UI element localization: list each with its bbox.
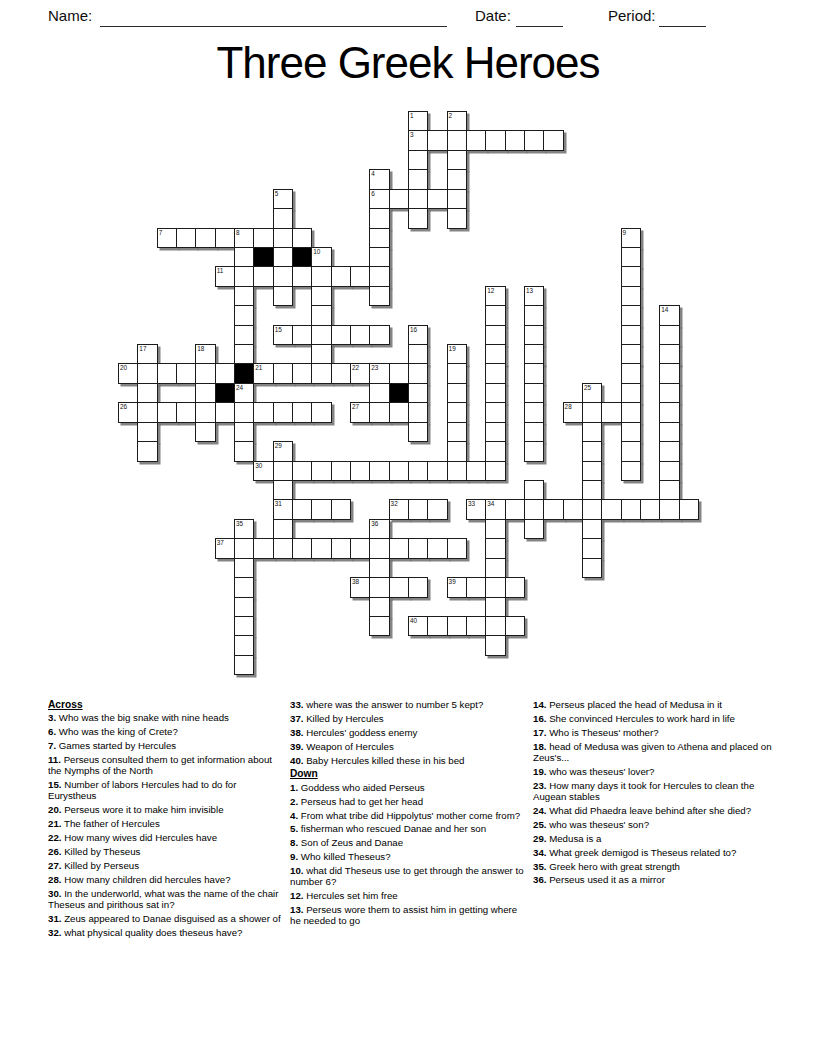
- grid-cell[interactable]: [369, 577, 389, 598]
- grid-cell[interactable]: [215, 402, 235, 423]
- grid-cell[interactable]: [311, 344, 331, 365]
- clue-item: 38. Hercules' goddess enemy: [290, 727, 529, 738]
- grid-cell[interactable]: [621, 422, 641, 443]
- grid-cell[interactable]: [292, 325, 312, 346]
- clue-text: where was the answer to number 5 kept?: [303, 699, 483, 710]
- grid-cell[interactable]: [234, 422, 254, 443]
- clue-number: 19.: [533, 766, 546, 777]
- grid-cell[interactable]: [137, 422, 157, 443]
- grid-cell[interactable]: [621, 363, 641, 384]
- grid-cell[interactable]: [273, 286, 293, 307]
- grid-cell[interactable]: [505, 616, 525, 637]
- grid-cell[interactable]: [447, 150, 467, 171]
- grid-cell[interactable]: [311, 363, 331, 384]
- grid-cell[interactable]: [369, 228, 389, 249]
- grid-cell[interactable]: [408, 169, 428, 190]
- grid-cell[interactable]: [234, 577, 254, 598]
- grid-cell[interactable]: [640, 499, 660, 520]
- grid-cell[interactable]: [679, 499, 699, 520]
- grid-cell[interactable]: [543, 130, 563, 151]
- grid-cell[interactable]: 27: [350, 402, 370, 423]
- grid-cell[interactable]: [331, 538, 351, 559]
- clue-number: 31.: [48, 913, 61, 924]
- grid-cell[interactable]: [659, 363, 679, 384]
- clue-item: 28. How many children did hercules have?: [48, 874, 287, 885]
- grid-cell[interactable]: [369, 461, 389, 482]
- grid-cell[interactable]: 5: [273, 189, 293, 210]
- grid-cell[interactable]: [331, 266, 351, 287]
- grid-cell[interactable]: [427, 616, 447, 637]
- grid-cell[interactable]: 38: [350, 577, 370, 598]
- cell-number: 14: [661, 306, 668, 314]
- grid-cell[interactable]: [485, 441, 505, 462]
- grid-cell[interactable]: [582, 461, 602, 482]
- clue-number: 4.: [290, 810, 298, 821]
- grid-cell[interactable]: [157, 363, 177, 384]
- grid-cell[interactable]: 21: [253, 363, 273, 384]
- grid-cell[interactable]: [485, 363, 505, 384]
- grid-cell[interactable]: [485, 635, 505, 656]
- grid-cell[interactable]: [369, 597, 389, 618]
- grid-cell[interactable]: 16: [408, 325, 428, 346]
- grid-cell[interactable]: [524, 402, 544, 423]
- clue-text: Killed by Theseus: [61, 846, 140, 857]
- grid-cell[interactable]: 20: [118, 363, 138, 384]
- grid-cell[interactable]: [176, 363, 196, 384]
- grid-cell[interactable]: [485, 383, 505, 404]
- grid-cell[interactable]: [234, 441, 254, 462]
- clue-item: 3. Who was the big snake with nine heads: [48, 712, 287, 723]
- grid-cell[interactable]: [234, 325, 254, 346]
- clue-text: Medusa is a: [546, 833, 601, 844]
- grid-cell[interactable]: [389, 577, 409, 598]
- clue-number: 25.: [533, 819, 546, 830]
- grid-cell[interactable]: [466, 616, 486, 637]
- grid-cell[interactable]: [408, 208, 428, 229]
- grid-cell[interactable]: 18: [195, 344, 215, 365]
- clue-item: 18. head of Medusa was given to Athena a…: [533, 741, 772, 764]
- grid-cell[interactable]: [621, 441, 641, 462]
- grid-cell[interactable]: [621, 402, 641, 423]
- grid-cell[interactable]: [369, 247, 389, 268]
- grid-cell[interactable]: [447, 189, 467, 210]
- grid-cell[interactable]: [621, 383, 641, 404]
- grid-cell[interactable]: [369, 558, 389, 579]
- grid-cell[interactable]: [234, 305, 254, 326]
- grid-cell[interactable]: [389, 189, 409, 210]
- grid-cell[interactable]: [524, 441, 544, 462]
- grid-cell[interactable]: [408, 383, 428, 404]
- grid-cell[interactable]: [195, 363, 215, 384]
- clue-item: 30. In the underworld, what was the name…: [48, 888, 287, 911]
- grid-cell[interactable]: [447, 538, 467, 559]
- grid-cell[interactable]: 32: [389, 499, 409, 520]
- grid-cell[interactable]: [369, 208, 389, 229]
- grid-cell[interactable]: [137, 383, 157, 404]
- grid-cell[interactable]: [195, 383, 215, 404]
- grid-cell[interactable]: [524, 344, 544, 365]
- grid-cell[interactable]: 29: [273, 441, 293, 462]
- grid-cell[interactable]: [485, 402, 505, 423]
- grid-cell[interactable]: [485, 519, 505, 540]
- clue-item: 39. Weapon of Hercules: [290, 741, 529, 752]
- grid-cell[interactable]: [234, 538, 254, 559]
- grid-cell[interactable]: 23: [369, 363, 389, 384]
- clue-number: 2.: [290, 796, 298, 807]
- grid-cell[interactable]: [273, 247, 293, 268]
- cell-number: 30: [255, 462, 262, 470]
- grid-cell[interactable]: [137, 363, 157, 384]
- grid-cell[interactable]: [350, 461, 370, 482]
- grid-cell[interactable]: [389, 363, 409, 384]
- grid-cell[interactable]: [427, 538, 447, 559]
- grid-cell[interactable]: [234, 635, 254, 656]
- grid-cell[interactable]: [659, 325, 679, 346]
- grid-cell[interactable]: [253, 228, 273, 249]
- grid-cell[interactable]: [427, 130, 447, 151]
- grid-cell[interactable]: [447, 422, 467, 443]
- cell-number: 37: [217, 539, 224, 547]
- grid-cell[interactable]: [273, 461, 293, 482]
- period-input-line[interactable]: [659, 8, 706, 27]
- grid-cell[interactable]: 17: [137, 344, 157, 365]
- grid-cell[interactable]: [273, 519, 293, 540]
- grid-cell[interactable]: [524, 130, 544, 151]
- grid-cell[interactable]: [253, 538, 273, 559]
- grid-cell[interactable]: [524, 422, 544, 443]
- grid-cell[interactable]: [195, 402, 215, 423]
- grid-cell[interactable]: [505, 577, 525, 598]
- grid-cell[interactable]: [215, 363, 235, 384]
- grid-cell[interactable]: 2: [447, 111, 467, 132]
- clue-text: Baby Hercules killed these in his bed: [303, 755, 464, 766]
- grid-cell[interactable]: 14: [659, 305, 679, 326]
- grid-cell[interactable]: [524, 519, 544, 540]
- grid-cell[interactable]: [621, 266, 641, 287]
- grid-cell[interactable]: [659, 402, 679, 423]
- grid-cell[interactable]: [195, 422, 215, 443]
- clue-item: 26. Killed by Theseus: [48, 846, 287, 857]
- cell-number: 31: [275, 500, 282, 508]
- grid-cell[interactable]: [273, 208, 293, 229]
- grid-cell[interactable]: 34: [485, 499, 505, 520]
- grid-cell[interactable]: [621, 325, 641, 346]
- clue-item: 29. Medusa is a: [533, 833, 772, 844]
- grid-cell[interactable]: [485, 597, 505, 618]
- grid-cell[interactable]: [408, 363, 428, 384]
- grid-cell[interactable]: 12: [485, 286, 505, 307]
- grid-cell[interactable]: [311, 266, 331, 287]
- grid-cell[interactable]: [350, 266, 370, 287]
- clue-item: 19. who was theseus' lover?: [533, 766, 772, 777]
- grid-cell[interactable]: [466, 130, 486, 151]
- clue-item: 6. Who was the king of Crete?: [48, 726, 287, 737]
- grid-cell[interactable]: 39: [447, 577, 467, 598]
- grid-cell[interactable]: [485, 422, 505, 443]
- grid-cell[interactable]: [311, 325, 331, 346]
- grid-cell[interactable]: [659, 461, 679, 482]
- name-input-line[interactable]: [100, 8, 447, 27]
- grid-cell[interactable]: [485, 558, 505, 579]
- grid-cell[interactable]: [389, 461, 409, 482]
- grid-cell[interactable]: [621, 344, 641, 365]
- grid-cell[interactable]: [485, 461, 505, 482]
- grid-cell[interactable]: 25: [582, 383, 602, 404]
- grid-cell[interactable]: [447, 383, 467, 404]
- grid-cell[interactable]: [408, 499, 428, 520]
- grid-cell[interactable]: [369, 538, 389, 559]
- grid-cell[interactable]: [350, 538, 370, 559]
- grid-cell[interactable]: [234, 286, 254, 307]
- grid-cell[interactable]: [234, 266, 254, 287]
- clue-item: 10. what did Theseus use to get through …: [290, 865, 529, 888]
- grid-cell[interactable]: [582, 422, 602, 443]
- grid-cell[interactable]: [292, 266, 312, 287]
- clue-number: 23.: [533, 780, 546, 791]
- grid-cell[interactable]: [427, 189, 447, 210]
- clue-text: what did Theseus use to get through the …: [290, 865, 524, 887]
- grid-cell[interactable]: [215, 228, 235, 249]
- grid-cell[interactable]: [408, 538, 428, 559]
- grid-cell[interactable]: [292, 402, 312, 423]
- grid-cell[interactable]: [408, 402, 428, 423]
- grid-cell[interactable]: [582, 441, 602, 462]
- grid-cell[interactable]: [582, 480, 602, 501]
- grid-cell[interactable]: [408, 461, 428, 482]
- grid-cell[interactable]: [447, 441, 467, 462]
- grid-cell[interactable]: [195, 228, 215, 249]
- grid-cell[interactable]: [447, 208, 467, 229]
- clue-text: Zeus appeared to Danae disguised as a sh…: [61, 913, 280, 924]
- grid-cell[interactable]: [408, 189, 428, 210]
- grid-cell[interactable]: [234, 597, 254, 618]
- grid-cell[interactable]: [389, 538, 409, 559]
- clue-number: 28.: [48, 874, 61, 885]
- grid-cell[interactable]: [292, 363, 312, 384]
- grid-cell[interactable]: 7: [157, 228, 177, 249]
- grid-cell[interactable]: [369, 266, 389, 287]
- grid-cell[interactable]: [582, 558, 602, 579]
- grid-cell[interactable]: [311, 538, 331, 559]
- grid-cell[interactable]: [485, 616, 505, 637]
- cell-number: 38: [352, 578, 359, 586]
- grid-cell[interactable]: [234, 558, 254, 579]
- grid-cell[interactable]: [176, 228, 196, 249]
- grid-cell[interactable]: [311, 286, 331, 307]
- grid-cell[interactable]: [659, 344, 679, 365]
- grid-cell[interactable]: [369, 286, 389, 307]
- grid-cell[interactable]: 31: [273, 499, 293, 520]
- grid-cell[interactable]: [621, 499, 641, 520]
- grid-cell[interactable]: [582, 499, 602, 520]
- clue-number: 15.: [48, 779, 61, 790]
- grid-cell[interactable]: [543, 499, 563, 520]
- grid-cell[interactable]: [447, 169, 467, 190]
- grid-cell[interactable]: [621, 286, 641, 307]
- clue-number: 9.: [290, 851, 298, 862]
- grid-cell[interactable]: [659, 441, 679, 462]
- grid-cell[interactable]: 30: [253, 461, 273, 482]
- grid-cell[interactable]: 11: [215, 266, 235, 287]
- clue-number: 39.: [290, 741, 303, 752]
- grid-cell[interactable]: [659, 499, 679, 520]
- grid-cell[interactable]: 13: [524, 286, 544, 307]
- grid-cell[interactable]: 37: [215, 538, 235, 559]
- grid-cell[interactable]: [369, 383, 389, 404]
- grid-cell[interactable]: [485, 325, 505, 346]
- grid-cell[interactable]: [505, 499, 525, 520]
- clue-text: Perseus had to get her head: [298, 796, 423, 807]
- grid-cell[interactable]: 10: [311, 247, 331, 268]
- grid-cell[interactable]: [311, 499, 331, 520]
- grid-cell[interactable]: [369, 325, 389, 346]
- grid-cell[interactable]: 36: [369, 519, 389, 540]
- grid-cell[interactable]: [582, 519, 602, 540]
- grid-cell[interactable]: [582, 402, 602, 423]
- grid-cell[interactable]: 19: [447, 344, 467, 365]
- grid-cell[interactable]: [311, 305, 331, 326]
- grid-cell[interactable]: [157, 402, 177, 423]
- grid-cell[interactable]: [447, 461, 467, 482]
- grid-cell[interactable]: [292, 228, 312, 249]
- grid-cell[interactable]: [466, 461, 486, 482]
- date-label: Date:: [475, 7, 511, 24]
- grid-cell[interactable]: 15: [273, 325, 293, 346]
- grid-cell[interactable]: 4: [369, 169, 389, 190]
- grid-cell[interactable]: [659, 383, 679, 404]
- grid-cell[interactable]: [273, 363, 293, 384]
- grid-cell[interactable]: [234, 247, 254, 268]
- grid-cell[interactable]: [621, 305, 641, 326]
- grid-cell[interactable]: [485, 538, 505, 559]
- clue-item: 4. From what tribe did Hippolytus' mothe…: [290, 810, 529, 821]
- grid-cell[interactable]: [408, 344, 428, 365]
- grid-cell[interactable]: [621, 247, 641, 268]
- clue-text: Who is Theseus' mother?: [546, 727, 658, 738]
- grid-cell[interactable]: [311, 402, 331, 423]
- grid-cell[interactable]: [524, 499, 544, 520]
- grid-cell[interactable]: [601, 402, 621, 423]
- grid-cell[interactable]: [447, 402, 467, 423]
- grid-cell[interactable]: [234, 655, 254, 676]
- grid-cell[interactable]: [485, 305, 505, 326]
- grid-cell[interactable]: 1: [408, 111, 428, 132]
- clue-item: 23. How many days it took for Hercules t…: [533, 780, 772, 803]
- clue-text: who was theseus' lover?: [546, 766, 654, 777]
- clue-text: Who killed Theseus?: [298, 851, 390, 862]
- grid-cell[interactable]: [273, 228, 293, 249]
- clue-number: 16.: [533, 713, 546, 724]
- grid-cell[interactable]: [292, 538, 312, 559]
- grid-cell[interactable]: [563, 499, 583, 520]
- clue-number: 18.: [533, 741, 546, 752]
- grid-cell[interactable]: [292, 461, 312, 482]
- grid-cell[interactable]: [524, 363, 544, 384]
- cell-number: 39: [449, 578, 456, 586]
- crossword-grid: 1234567891011121314151617181920212223242…: [118, 111, 700, 675]
- grid-cell[interactable]: 22: [350, 363, 370, 384]
- clue-number: 10.: [290, 865, 303, 876]
- grid-cell[interactable]: 24: [234, 383, 254, 404]
- grid-cell[interactable]: 8: [234, 228, 254, 249]
- grid-cell[interactable]: [621, 461, 641, 482]
- grid-cell[interactable]: [408, 422, 428, 443]
- grid-cell[interactable]: [427, 461, 447, 482]
- grid-cell[interactable]: [369, 402, 389, 423]
- cell-number: 34: [487, 500, 494, 508]
- grid-cell[interactable]: [485, 130, 505, 151]
- grid-cell[interactable]: [447, 130, 467, 151]
- date-input-line[interactable]: [516, 8, 563, 27]
- grid-cell[interactable]: [331, 325, 351, 346]
- grid-cell[interactable]: [234, 402, 254, 423]
- grid-cell[interactable]: 35: [234, 519, 254, 540]
- grid-cell[interactable]: [485, 344, 505, 365]
- grid-cell[interactable]: [466, 577, 486, 598]
- grid-cell[interactable]: [427, 499, 447, 520]
- grid-cell[interactable]: [234, 344, 254, 365]
- grid-cell[interactable]: 3: [408, 130, 428, 151]
- grid-cell[interactable]: [253, 266, 273, 287]
- grid-cell[interactable]: [350, 325, 370, 346]
- cell-number: 4: [371, 170, 375, 178]
- grid-cell[interactable]: [389, 402, 409, 423]
- grid-cell[interactable]: [524, 305, 544, 326]
- grid-cell[interactable]: [408, 577, 428, 598]
- grid-cell[interactable]: [524, 383, 544, 404]
- grid-cell[interactable]: [273, 480, 293, 501]
- grid-cell[interactable]: 28: [563, 402, 583, 423]
- grid-cell[interactable]: [273, 266, 293, 287]
- grid-cell[interactable]: [659, 480, 679, 501]
- grid-cell[interactable]: [505, 130, 525, 151]
- grid-cell[interactable]: [273, 402, 293, 423]
- clue-item: 9. Who killed Theseus?: [290, 851, 529, 862]
- grid-cell[interactable]: 40: [408, 616, 428, 637]
- grid-cell[interactable]: [331, 363, 351, 384]
- grid-cell[interactable]: [485, 577, 505, 598]
- grid-cell[interactable]: [447, 363, 467, 384]
- grid-cell[interactable]: [311, 461, 331, 482]
- grid-cell[interactable]: [176, 402, 196, 423]
- cell-number: 6: [371, 190, 375, 198]
- cell-number: 20: [120, 364, 127, 372]
- grid-cell[interactable]: 6: [369, 189, 389, 210]
- grid-cell[interactable]: 33: [466, 499, 486, 520]
- grid-cell[interactable]: [601, 499, 621, 520]
- grid-cell[interactable]: [524, 325, 544, 346]
- grid-cell[interactable]: [273, 538, 293, 559]
- grid-cell[interactable]: [331, 499, 351, 520]
- grid-cell[interactable]: [582, 538, 602, 559]
- cell-number: 23: [371, 364, 378, 372]
- clue-number: 3.: [48, 712, 56, 723]
- grid-cell[interactable]: [137, 402, 157, 423]
- grid-cell[interactable]: [447, 616, 467, 637]
- grid-cell[interactable]: [369, 616, 389, 637]
- grid-cell[interactable]: [331, 461, 351, 482]
- grid-cell[interactable]: [137, 441, 157, 462]
- grid-cell[interactable]: [524, 480, 544, 501]
- grid-cell[interactable]: [659, 422, 679, 443]
- grid-cell[interactable]: [234, 616, 254, 637]
- grid-cell[interactable]: [292, 499, 312, 520]
- cell-number: 28: [565, 403, 572, 411]
- grid-cell[interactable]: [408, 150, 428, 171]
- grid-cell[interactable]: [253, 402, 273, 423]
- grid-cell[interactable]: 26: [118, 402, 138, 423]
- grid-cell[interactable]: 9: [621, 228, 641, 249]
